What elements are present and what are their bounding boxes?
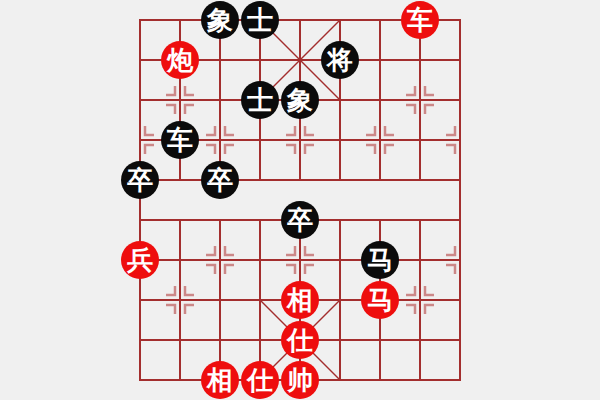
black-general-piece[interactable]: 将 bbox=[321, 41, 359, 79]
red-soldier-piece[interactable]: 兵 bbox=[121, 241, 159, 279]
black-advisor-piece[interactable]: 士 bbox=[241, 81, 279, 119]
red-general-piece[interactable]: 帅 bbox=[281, 361, 319, 399]
black-soldier-piece[interactable]: 卒 bbox=[281, 201, 319, 239]
black-elephant-piece[interactable]: 象 bbox=[201, 1, 239, 39]
red-elephant-piece[interactable]: 相 bbox=[201, 361, 239, 399]
black-soldier-piece[interactable]: 卒 bbox=[121, 161, 159, 199]
red-advisor-piece[interactable]: 仕 bbox=[241, 361, 279, 399]
black-elephant-piece[interactable]: 象 bbox=[281, 81, 319, 119]
red-advisor-piece[interactable]: 仕 bbox=[281, 321, 319, 359]
piece-layer: 象士车炮将士象车卒卒卒兵马相马仕相仕帅 bbox=[120, 0, 480, 400]
red-cannon-piece[interactable]: 炮 bbox=[161, 41, 199, 79]
xiangqi-board: 象士车炮将士象车卒卒卒兵马相马仕相仕帅 bbox=[0, 0, 600, 400]
red-elephant-piece[interactable]: 相 bbox=[281, 281, 319, 319]
red-chariot-piece[interactable]: 车 bbox=[401, 1, 439, 39]
black-horse-piece[interactable]: 马 bbox=[361, 241, 399, 279]
red-horse-piece[interactable]: 马 bbox=[361, 281, 399, 319]
black-advisor-piece[interactable]: 士 bbox=[241, 1, 279, 39]
black-chariot-piece[interactable]: 车 bbox=[161, 121, 199, 159]
black-soldier-piece[interactable]: 卒 bbox=[201, 161, 239, 199]
